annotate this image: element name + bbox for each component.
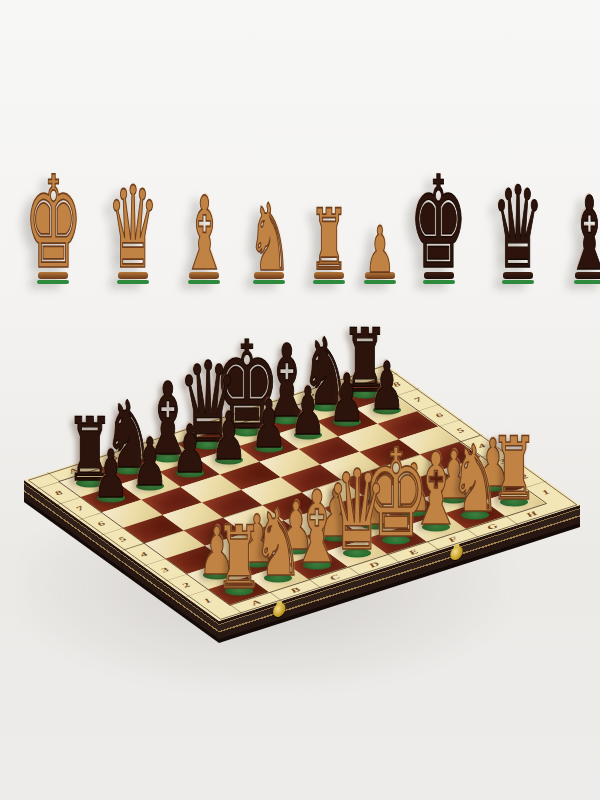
black-pawn-glyph: ♟ [93, 448, 129, 502]
lineup-piece-light-pawn: ♟ [360, 240, 399, 284]
piece-lineup-row: ♚♛♝♞♜♟ ♚♛♝♞♜♟ [14, 134, 590, 284]
fold-seam-edge [122, 551, 123, 574]
lineup-piece-light-rook: ♜ [303, 228, 355, 284]
black-pawn-glyph: ♟ [329, 372, 365, 426]
lineup-piece-light-bishop: ♝ [173, 219, 236, 284]
light-rook-glyph: ♜ [310, 207, 348, 276]
lineup-piece-dark-bishop: ♝ [558, 219, 600, 284]
black-pawn-glyph: ♟ [290, 385, 326, 439]
white-rook-glyph: ♜ [215, 523, 262, 594]
light-knight-glyph: ♞ [248, 200, 290, 276]
lineup-piece-light-knight: ♞ [241, 224, 298, 284]
light-queen-glyph: ♛ [107, 183, 159, 276]
brass-clasp-1 [273, 602, 285, 619]
lineup-light-set: ♚♛♝♞♜♟ [14, 204, 399, 284]
black-pawn-glyph: ♟ [172, 423, 208, 477]
black-pawn-glyph: ♟ [251, 398, 287, 452]
lineup-piece-light-queen: ♛ [98, 212, 168, 284]
black-pawn-glyph: ♟ [211, 410, 247, 464]
lineup-piece-light-king: ♚ [14, 204, 93, 284]
lineup-dark-set: ♚♛♝♞♜♟ [399, 204, 600, 284]
dark-bishop-glyph: ♝ [566, 193, 600, 276]
black-pawn-glyph: ♟ [369, 360, 405, 414]
lineup-piece-dark-queen: ♛ [483, 212, 553, 284]
light-bishop-glyph: ♝ [181, 193, 227, 276]
dark-queen-glyph: ♛ [492, 183, 544, 276]
light-pawn-glyph: ♟ [365, 224, 394, 276]
lineup-piece-dark-king: ♚ [399, 204, 478, 284]
dark-king-glyph: ♚ [410, 171, 468, 276]
light-king-glyph: ♚ [24, 171, 82, 276]
black-pawn-glyph: ♟ [132, 436, 168, 490]
chess-set-photo: ♚♛♝♞♜♟ ♚♛♝♞♜♟ ABCDEFGH8877665544332211AB… [0, 0, 600, 800]
